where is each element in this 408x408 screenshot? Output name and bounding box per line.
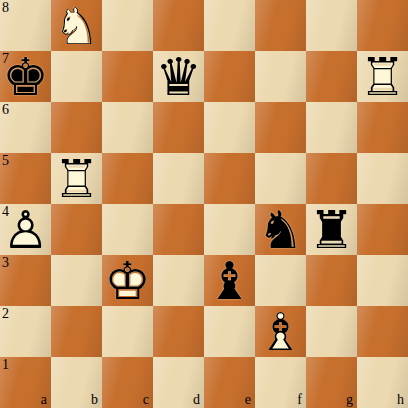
square-e5[interactable]	[204, 153, 255, 204]
square-b7[interactable]	[51, 51, 102, 102]
square-g3[interactable]	[306, 255, 357, 306]
square-c1[interactable]: c	[102, 357, 153, 408]
square-c6[interactable]	[102, 102, 153, 153]
rank-label-1: 1	[2, 358, 9, 372]
square-c3[interactable]: ♚♔	[102, 255, 153, 306]
square-g1[interactable]: g	[306, 357, 357, 408]
square-a4[interactable]: 4♟♙	[0, 204, 51, 255]
square-f1[interactable]: f	[255, 357, 306, 408]
piece-white-knight[interactable]: ♞♘	[51, 0, 102, 51]
file-label-h: h	[397, 393, 404, 407]
square-a6[interactable]: 6	[0, 102, 51, 153]
square-f8[interactable]	[255, 0, 306, 51]
square-g6[interactable]	[306, 102, 357, 153]
rook-icon: ♜	[306, 204, 357, 255]
square-b8[interactable]: ♞♘	[51, 0, 102, 51]
square-g5[interactable]	[306, 153, 357, 204]
square-h4[interactable]	[357, 204, 408, 255]
square-f4[interactable]: ♞	[255, 204, 306, 255]
square-e4[interactable]	[204, 204, 255, 255]
knight-outline-icon: ♘	[51, 0, 102, 51]
square-h8[interactable]	[357, 0, 408, 51]
square-d2[interactable]	[153, 306, 204, 357]
rank-label-3: 3	[2, 256, 9, 270]
square-d1[interactable]: d	[153, 357, 204, 408]
square-b1[interactable]: b	[51, 357, 102, 408]
square-a7[interactable]: 7♚	[0, 51, 51, 102]
square-f6[interactable]	[255, 102, 306, 153]
square-h6[interactable]	[357, 102, 408, 153]
square-e7[interactable]	[204, 51, 255, 102]
file-label-b: b	[91, 393, 98, 407]
square-e3[interactable]: ♝	[204, 255, 255, 306]
square-h2[interactable]	[357, 306, 408, 357]
square-c2[interactable]	[102, 306, 153, 357]
file-label-e: e	[245, 393, 251, 407]
square-d6[interactable]	[153, 102, 204, 153]
square-h3[interactable]	[357, 255, 408, 306]
square-e2[interactable]	[204, 306, 255, 357]
bishop-outline-icon: ♗	[255, 306, 306, 357]
file-label-g: g	[346, 393, 353, 407]
piece-white-rook[interactable]: ♜♖	[51, 153, 102, 204]
knight-icon: ♞	[255, 204, 306, 255]
square-h5[interactable]	[357, 153, 408, 204]
square-d5[interactable]	[153, 153, 204, 204]
file-label-f: f	[297, 393, 302, 407]
piece-white-bishop[interactable]: ♝♗	[255, 306, 306, 357]
square-a5[interactable]: 5	[0, 153, 51, 204]
square-a2[interactable]: 2	[0, 306, 51, 357]
square-b2[interactable]	[51, 306, 102, 357]
square-e1[interactable]: e	[204, 357, 255, 408]
square-c4[interactable]	[102, 204, 153, 255]
piece-black-rook[interactable]: ♜	[306, 204, 357, 255]
piece-black-queen[interactable]: ♛	[153, 51, 204, 102]
square-a1[interactable]: 1a	[0, 357, 51, 408]
square-e8[interactable]	[204, 0, 255, 51]
square-c7[interactable]	[102, 51, 153, 102]
file-label-d: d	[193, 393, 200, 407]
piece-black-bishop[interactable]: ♝	[204, 255, 255, 306]
rook-outline-icon: ♖	[357, 51, 408, 102]
rank-label-4: 4	[2, 205, 9, 219]
rank-label-2: 2	[2, 307, 9, 321]
queen-icon: ♛	[153, 51, 204, 102]
file-label-c: c	[143, 393, 149, 407]
square-f3[interactable]	[255, 255, 306, 306]
square-g4[interactable]: ♜	[306, 204, 357, 255]
square-c8[interactable]	[102, 0, 153, 51]
king-outline-icon: ♔	[102, 255, 153, 306]
square-h7[interactable]: ♜♖	[357, 51, 408, 102]
square-b5[interactable]: ♜♖	[51, 153, 102, 204]
square-a3[interactable]: 3	[0, 255, 51, 306]
rank-label-5: 5	[2, 154, 9, 168]
rank-label-7: 7	[2, 52, 9, 66]
square-g8[interactable]	[306, 0, 357, 51]
rank-label-6: 6	[2, 103, 9, 117]
square-d8[interactable]	[153, 0, 204, 51]
rook-outline-icon: ♖	[51, 153, 102, 204]
square-e6[interactable]	[204, 102, 255, 153]
square-d3[interactable]	[153, 255, 204, 306]
square-f7[interactable]	[255, 51, 306, 102]
bishop-icon: ♝	[204, 255, 255, 306]
piece-white-rook[interactable]: ♜♖	[357, 51, 408, 102]
square-f5[interactable]	[255, 153, 306, 204]
piece-white-king[interactable]: ♚♔	[102, 255, 153, 306]
square-a8[interactable]: 8	[0, 0, 51, 51]
square-b4[interactable]	[51, 204, 102, 255]
square-f2[interactable]: ♝♗	[255, 306, 306, 357]
rank-label-8: 8	[2, 1, 9, 15]
chess-board: 8♞♘7♚♛♜♖65♜♖4♟♙♞♜3♚♔♝2♝♗1abcdefgh	[0, 0, 408, 408]
square-c5[interactable]	[102, 153, 153, 204]
square-d4[interactable]	[153, 204, 204, 255]
square-b3[interactable]	[51, 255, 102, 306]
square-g2[interactable]	[306, 306, 357, 357]
square-g7[interactable]	[306, 51, 357, 102]
piece-black-knight[interactable]: ♞	[255, 204, 306, 255]
file-label-a: a	[41, 393, 47, 407]
square-b6[interactable]	[51, 102, 102, 153]
square-d7[interactable]: ♛	[153, 51, 204, 102]
square-h1[interactable]: h	[357, 357, 408, 408]
